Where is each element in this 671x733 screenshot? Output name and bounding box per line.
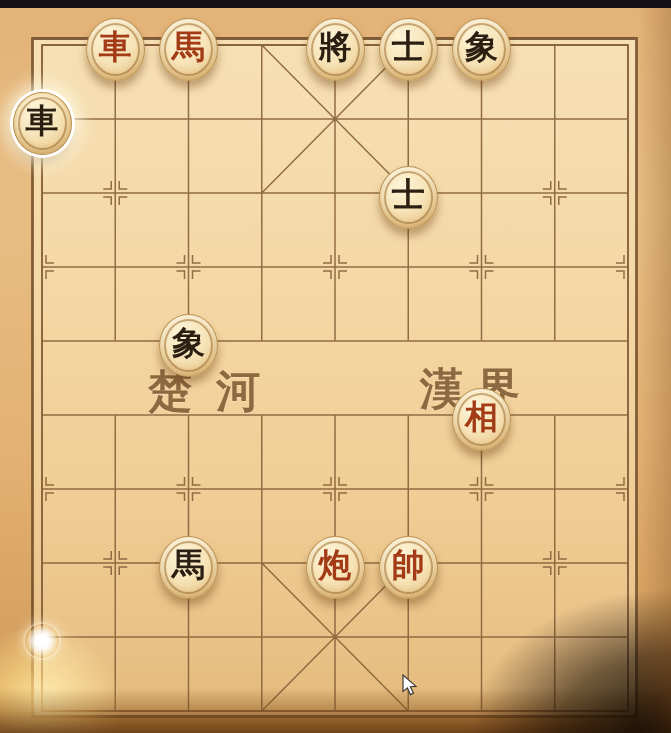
top-letterbox-bar: [0, 0, 671, 8]
piece-red-horse[interactable]: 馬: [159, 18, 218, 81]
piece-black-advisor-1[interactable]: 士: [379, 18, 438, 81]
piece-black-elephant-1[interactable]: 象: [452, 18, 511, 81]
piece-glyph: 馬: [172, 549, 205, 582]
piece-glyph: 車: [26, 105, 59, 138]
mouse-cursor-icon: [402, 674, 422, 698]
piece-glyph: 將: [319, 31, 352, 64]
bottom-right-shadow: [351, 503, 671, 733]
piece-glyph: 相: [465, 401, 498, 434]
piece-black-chariot[interactable]: 車: [13, 92, 72, 155]
piece-red-elephant[interactable]: 相: [452, 388, 511, 451]
piece-black-advisor-2[interactable]: 士: [379, 166, 438, 229]
piece-glyph: 象: [172, 327, 205, 360]
piece-glyph: 馬: [172, 31, 205, 64]
piece-glyph: 象: [465, 31, 498, 64]
piece-black-general[interactable]: 將: [306, 18, 365, 81]
piece-black-elephant-2[interactable]: 象: [159, 314, 218, 377]
piece-glyph: 士: [392, 31, 425, 64]
piece-glyph: 車: [99, 31, 132, 64]
piece-glyph: 士: [392, 179, 425, 212]
right-edge-vignette: [637, 0, 671, 733]
piece-red-chariot[interactable]: 車: [86, 18, 145, 81]
xiangqi-game-screen: 楚河 漢界 車馬將士象車士象相馬炮帥: [0, 0, 671, 733]
piece-glyph: 炮: [319, 549, 352, 582]
piece-black-horse[interactable]: 馬: [159, 536, 218, 599]
